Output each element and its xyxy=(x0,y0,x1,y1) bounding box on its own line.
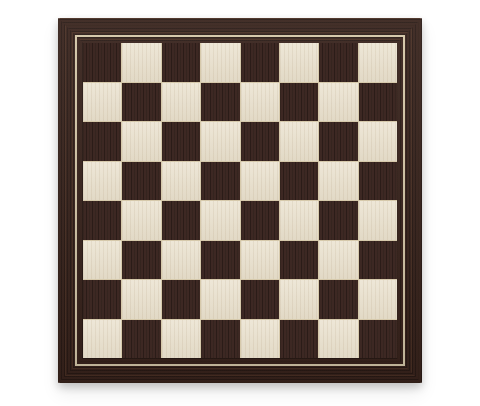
square-g3[interactable] xyxy=(319,241,357,280)
square-d4[interactable] xyxy=(201,201,239,240)
square-b8[interactable] xyxy=(122,43,160,82)
square-f1[interactable] xyxy=(280,320,318,359)
square-d7[interactable] xyxy=(201,83,239,122)
square-d3[interactable] xyxy=(201,241,239,280)
square-g7[interactable] xyxy=(319,83,357,122)
square-a7[interactable] xyxy=(83,83,121,122)
square-b2[interactable] xyxy=(122,280,160,319)
square-h5[interactable] xyxy=(359,162,397,201)
square-e7[interactable] xyxy=(241,83,279,122)
square-f6[interactable] xyxy=(280,122,318,161)
frame-right-rail xyxy=(397,18,422,383)
square-c4[interactable] xyxy=(162,201,200,240)
square-a5[interactable] xyxy=(83,162,121,201)
square-a3[interactable] xyxy=(83,241,121,280)
square-b7[interactable] xyxy=(122,83,160,122)
square-f8[interactable] xyxy=(280,43,318,82)
square-h6[interactable] xyxy=(359,122,397,161)
square-h8[interactable] xyxy=(359,43,397,82)
frame-left-rail xyxy=(58,18,83,383)
square-e6[interactable] xyxy=(241,122,279,161)
square-e8[interactable] xyxy=(241,43,279,82)
square-f7[interactable] xyxy=(280,83,318,122)
square-h3[interactable] xyxy=(359,241,397,280)
square-a4[interactable] xyxy=(83,201,121,240)
square-g5[interactable] xyxy=(319,162,357,201)
square-h4[interactable] xyxy=(359,201,397,240)
square-d8[interactable] xyxy=(201,43,239,82)
square-c3[interactable] xyxy=(162,241,200,280)
square-g8[interactable] xyxy=(319,43,357,82)
square-c6[interactable] xyxy=(162,122,200,161)
square-a8[interactable] xyxy=(83,43,121,82)
square-e4[interactable] xyxy=(241,201,279,240)
square-b3[interactable] xyxy=(122,241,160,280)
square-d6[interactable] xyxy=(201,122,239,161)
square-f4[interactable] xyxy=(280,201,318,240)
board-field xyxy=(83,43,397,358)
square-d1[interactable] xyxy=(201,320,239,359)
page-background xyxy=(0,0,480,406)
square-b6[interactable] xyxy=(122,122,160,161)
square-h2[interactable] xyxy=(359,280,397,319)
square-g4[interactable] xyxy=(319,201,357,240)
square-b5[interactable] xyxy=(122,162,160,201)
square-a2[interactable] xyxy=(83,280,121,319)
square-c5[interactable] xyxy=(162,162,200,201)
square-e5[interactable] xyxy=(241,162,279,201)
square-d5[interactable] xyxy=(201,162,239,201)
square-c7[interactable] xyxy=(162,83,200,122)
square-e2[interactable] xyxy=(241,280,279,319)
square-f5[interactable] xyxy=(280,162,318,201)
square-f2[interactable] xyxy=(280,280,318,319)
square-f3[interactable] xyxy=(280,241,318,280)
square-c8[interactable] xyxy=(162,43,200,82)
square-b4[interactable] xyxy=(122,201,160,240)
square-h1[interactable] xyxy=(359,320,397,359)
square-g6[interactable] xyxy=(319,122,357,161)
square-b1[interactable] xyxy=(122,320,160,359)
square-a6[interactable] xyxy=(83,122,121,161)
square-h7[interactable] xyxy=(359,83,397,122)
square-c2[interactable] xyxy=(162,280,200,319)
square-d2[interactable] xyxy=(201,280,239,319)
square-g2[interactable] xyxy=(319,280,357,319)
chess-board xyxy=(58,18,422,383)
square-e1[interactable] xyxy=(241,320,279,359)
square-c1[interactable] xyxy=(162,320,200,359)
square-a1[interactable] xyxy=(83,320,121,359)
square-g1[interactable] xyxy=(319,320,357,359)
square-e3[interactable] xyxy=(241,241,279,280)
